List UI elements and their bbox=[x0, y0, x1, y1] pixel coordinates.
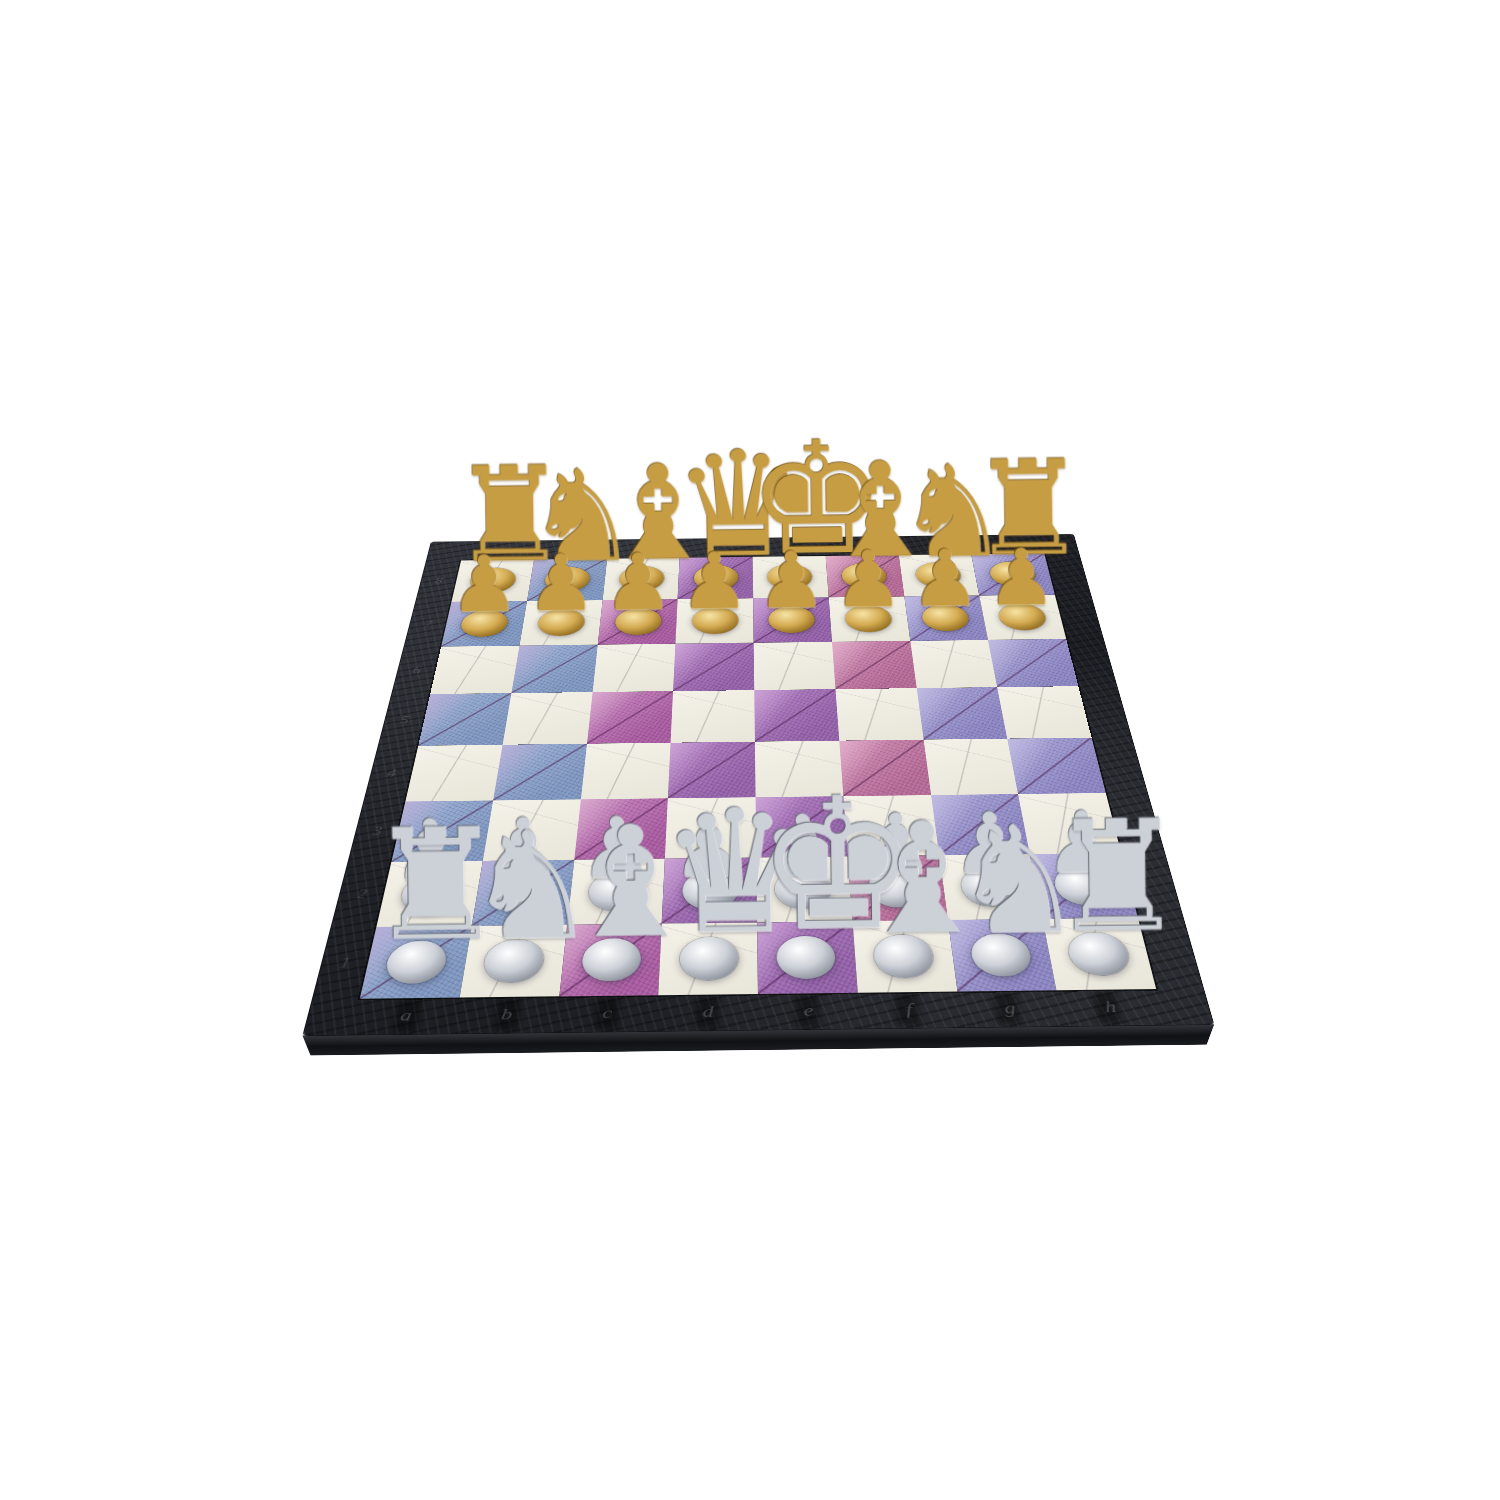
piece-gold-pawn: ♟ bbox=[978, 539, 1065, 618]
square-h5 bbox=[997, 686, 1091, 738]
piece-silver-knight: ♞ bbox=[464, 812, 563, 961]
square-h7: ♟ bbox=[979, 595, 1066, 640]
square-a7: ♟ bbox=[441, 601, 527, 646]
piece-silver-king: ♚ bbox=[755, 775, 855, 958]
photo-tilt-wrapper: abcdefgh 87654321 ♜♞♝♛♚♝♞♜♟♟♟♟♟♟♟♟♟♟♟♟♟♟… bbox=[0, 0, 1500, 1500]
square-b7: ♟ bbox=[519, 600, 602, 645]
piece-gold-pawn: ♟ bbox=[748, 541, 835, 620]
piece-gold-pawn: ♟ bbox=[671, 542, 758, 621]
piece-gold-pawn: ♟ bbox=[825, 540, 912, 619]
square-h1: ♜ bbox=[1043, 918, 1156, 990]
photo-background: abcdefgh 87654321 ♜♞♝♛♚♝♞♜♟♟♟♟♟♟♟♟♟♟♟♟♟♟… bbox=[0, 0, 1500, 1500]
piece-gold-pawn: ♟ bbox=[441, 545, 528, 624]
square-f5 bbox=[835, 688, 923, 740]
square-h4 bbox=[1007, 738, 1105, 794]
square-d1: ♛ bbox=[658, 923, 758, 996]
square-g6 bbox=[910, 640, 997, 689]
square-g1: ♞ bbox=[948, 919, 1057, 991]
piece-stand: ♝ bbox=[855, 955, 952, 956]
chess-board: abcdefgh 87654321 ♜♞♝♛♚♝♞♜♟♟♟♟♟♟♟♟♟♟♟♟♟♟… bbox=[303, 534, 1213, 1035]
square-e5 bbox=[754, 689, 839, 741]
square-e1: ♚ bbox=[757, 921, 857, 994]
board-scene: abcdefgh 87654321 ♜♞♝♛♚♝♞♜♟♟♟♟♟♟♟♟♟♟♟♟♟♟… bbox=[292, 114, 1213, 1035]
square-g7: ♟ bbox=[904, 595, 988, 640]
square-c5 bbox=[587, 691, 674, 743]
square-b1: ♞ bbox=[459, 925, 566, 998]
piece-stand: ♚ bbox=[758, 956, 855, 957]
square-a4 bbox=[405, 745, 502, 802]
square-b6 bbox=[511, 645, 597, 694]
piece-silver-bishop: ♝ bbox=[561, 806, 660, 960]
square-d6 bbox=[673, 643, 754, 692]
piece-silver-queen: ♛ bbox=[658, 787, 757, 958]
square-e7: ♟ bbox=[753, 597, 832, 642]
square-c1: ♝ bbox=[559, 924, 662, 997]
square-c6 bbox=[592, 644, 675, 693]
square-d7: ♟ bbox=[676, 598, 754, 643]
square-a6 bbox=[430, 645, 519, 694]
piece-silver-bishop: ♝ bbox=[853, 802, 952, 956]
piece-gold-pawn: ♟ bbox=[594, 543, 681, 622]
square-h6 bbox=[988, 639, 1078, 688]
square-e6 bbox=[754, 642, 836, 691]
square-d5 bbox=[671, 690, 755, 742]
board-grid: ♜♞♝♛♚♝♞♜♟♟♟♟♟♟♟♟♟♟♟♟♟♟♟♟♜♞♝♛♚♝♞♜ bbox=[360, 553, 1156, 999]
square-a1: ♜ bbox=[360, 926, 472, 999]
piece-silver-knight: ♞ bbox=[950, 806, 1049, 955]
square-b5 bbox=[502, 692, 592, 744]
square-c7: ♟ bbox=[597, 599, 677, 644]
square-g5 bbox=[916, 687, 1007, 739]
square-f6 bbox=[832, 641, 917, 690]
piece-gold-pawn: ♟ bbox=[518, 544, 605, 623]
piece-silver-rook: ♜ bbox=[366, 808, 465, 962]
square-f1: ♝ bbox=[852, 920, 957, 992]
piece-gold-pawn: ♟ bbox=[901, 539, 988, 618]
square-f7: ♟ bbox=[829, 596, 910, 641]
piece-silver-rook: ♜ bbox=[1048, 800, 1147, 954]
square-a5 bbox=[418, 693, 511, 745]
piece-stand: ♜ bbox=[368, 961, 465, 962]
